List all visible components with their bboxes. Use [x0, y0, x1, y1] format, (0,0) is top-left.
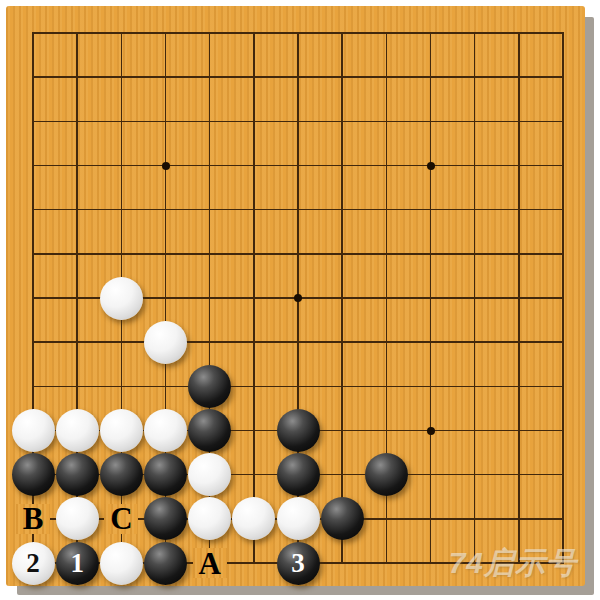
point-label-B[interactable]: B: [16, 504, 50, 534]
move-number: 1: [70, 550, 84, 577]
star-point: [162, 162, 170, 170]
grid-line-vertical: [341, 32, 343, 564]
black-stone[interactable]: 1: [56, 542, 99, 585]
star-point: [427, 427, 435, 435]
black-stone[interactable]: [12, 453, 55, 496]
grid-line-horizontal: [32, 341, 564, 343]
black-stone[interactable]: [144, 497, 187, 540]
point-label-A[interactable]: A: [193, 548, 227, 578]
white-stone[interactable]: [144, 409, 187, 452]
white-stone[interactable]: [56, 409, 99, 452]
black-stone[interactable]: [365, 453, 408, 496]
white-stone[interactable]: [232, 497, 275, 540]
black-stone[interactable]: [277, 453, 320, 496]
black-stone[interactable]: 3: [277, 542, 320, 585]
black-stone[interactable]: [144, 453, 187, 496]
grid-line-vertical: [562, 32, 564, 564]
black-stone[interactable]: [188, 409, 231, 452]
white-stone[interactable]: [277, 497, 320, 540]
grid-line-vertical: [474, 32, 476, 564]
white-stone[interactable]: [100, 542, 143, 585]
black-stone[interactable]: [188, 365, 231, 408]
star-point: [294, 294, 302, 302]
diagram-canvas: 74启示号 BCA213: [0, 0, 600, 600]
white-stone[interactable]: [144, 321, 187, 364]
white-stone[interactable]: 2: [12, 542, 55, 585]
grid-line-vertical: [518, 32, 520, 564]
black-stone[interactable]: [144, 542, 187, 585]
white-stone[interactable]: [188, 497, 231, 540]
black-stone[interactable]: [100, 453, 143, 496]
white-stone[interactable]: [188, 453, 231, 496]
black-stone[interactable]: [277, 409, 320, 452]
move-number: 3: [291, 550, 305, 577]
white-stone[interactable]: [100, 409, 143, 452]
white-stone[interactable]: [100, 277, 143, 320]
black-stone[interactable]: [56, 453, 99, 496]
white-stone[interactable]: [56, 497, 99, 540]
black-stone[interactable]: [321, 497, 364, 540]
go-board: 74启示号 BCA213: [6, 6, 585, 586]
star-point: [427, 162, 435, 170]
grid-line-horizontal: [32, 386, 564, 388]
grid-line-vertical: [430, 32, 432, 564]
point-label-C[interactable]: C: [104, 504, 138, 534]
white-stone[interactable]: [12, 409, 55, 452]
move-number: 2: [26, 550, 40, 577]
